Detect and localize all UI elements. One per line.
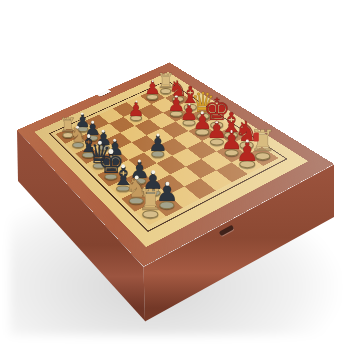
r-glyph: ♜ <box>137 186 163 215</box>
white-hat-accent <box>175 95 177 97</box>
white-hat-accent <box>135 101 137 103</box>
white-hat-accent <box>109 149 113 153</box>
p-glyph: ♟ <box>148 133 168 155</box>
pieces-layer: ♜♟♞♝♟♛♟♟♚♟♟♝♜♟♟♞♞♟♟♟♝♜♟♟♛♚♟♝♟♞♟♜ <box>0 0 350 350</box>
chess-set-photo-scene: ♜♟♞♝♟♛♟♟♚♟♟♝♜♟♟♞♞♟♟♟♝♜♟♟♛♚♟♝♟♞♟♜ <box>0 0 350 350</box>
white-hat-accent <box>138 159 141 162</box>
white-hat-accent <box>102 130 105 133</box>
white-hat-accent <box>121 164 125 168</box>
white-hat-accent <box>230 130 233 133</box>
white-hat-accent <box>151 170 155 174</box>
white-hat-accent <box>246 140 249 143</box>
white-hat-accent <box>134 176 138 180</box>
white-hat-accent <box>113 139 116 142</box>
p-glyph: ♟ <box>128 100 145 119</box>
white-hat-accent <box>156 134 159 137</box>
white-hat-accent <box>91 121 94 124</box>
white-hat-accent <box>81 112 84 115</box>
white-hat-accent <box>76 126 79 129</box>
p-glyph: ♟ <box>144 79 160 97</box>
p-glyph: ♟ <box>236 139 260 165</box>
white-hat-accent <box>201 112 203 114</box>
white-hat-accent <box>165 182 169 186</box>
white-hat-accent <box>151 80 153 82</box>
white-hat-accent <box>215 121 218 124</box>
white-hat-accent <box>188 103 190 105</box>
